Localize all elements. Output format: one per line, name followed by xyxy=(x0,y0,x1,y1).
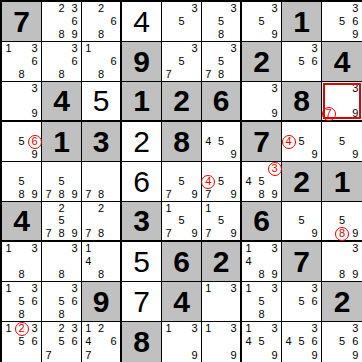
cell-r5c1[interactable]: 589 xyxy=(2,162,42,202)
candidate-6 xyxy=(349,215,362,228)
candidate-8 xyxy=(175,68,188,81)
candidate-5: 5 xyxy=(255,335,268,348)
candidate-6 xyxy=(107,215,120,228)
cell-r1c9[interactable]: 3569 xyxy=(322,2,362,42)
candidate-3: 3 xyxy=(268,242,281,255)
cell-r8c9[interactable]: 2 xyxy=(322,282,362,322)
candidate-grid: 1579 xyxy=(162,202,201,240)
cell-r9c6[interactable]: 139 xyxy=(202,322,242,362)
candidate-6 xyxy=(268,15,281,28)
candidate-8 xyxy=(295,148,308,161)
candidate-4 xyxy=(42,255,55,268)
cell-r1c7[interactable]: 359 xyxy=(242,2,282,42)
cell-r5c3[interactable]: 78 xyxy=(82,162,122,202)
cell-r4c2[interactable]: 1 xyxy=(42,122,82,162)
candidate-grid: 78 xyxy=(82,162,120,201)
given-digit: 8 xyxy=(133,327,150,357)
given-digit: 2 xyxy=(334,287,351,317)
cell-r6c8[interactable]: 59 xyxy=(282,202,322,242)
cell-r4c5[interactable]: 8 xyxy=(162,122,202,162)
cell-r9c4[interactable]: 8 xyxy=(122,322,162,362)
candidate-grid: 59 xyxy=(322,122,362,161)
cell-r4c6[interactable]: 459 xyxy=(202,122,242,162)
candidate-1: 1 xyxy=(82,322,95,335)
candidate-1 xyxy=(42,242,55,255)
candidate-7 xyxy=(282,308,295,321)
candidate-1: 1 xyxy=(82,42,95,55)
cell-r4c4[interactable]: 2 xyxy=(122,122,162,162)
candidate-2 xyxy=(255,242,268,255)
candidate-9: 9 xyxy=(268,349,281,362)
cell-r9c1[interactable]: 12356 xyxy=(2,322,42,362)
candidate-5 xyxy=(255,255,268,268)
candidate-9 xyxy=(68,349,81,362)
cell-r2c9[interactable]: 4 xyxy=(322,42,362,82)
candidate-8 xyxy=(295,349,308,362)
cell-r9c3[interactable]: 12467 xyxy=(82,322,122,362)
candidate-1 xyxy=(322,202,335,215)
given-digit: 3 xyxy=(133,206,150,236)
candidate-2 xyxy=(15,242,28,255)
candidate-7 xyxy=(42,268,55,281)
cell-r7c6[interactable]: 2 xyxy=(202,242,242,282)
candidate-4 xyxy=(42,215,55,228)
candidate-grid: 1358 xyxy=(242,282,281,321)
candidate-8 xyxy=(295,68,308,81)
cell-r5c5[interactable]: 579 xyxy=(162,162,202,202)
candidate-grid: 268 xyxy=(82,2,120,41)
candidate-1 xyxy=(162,2,175,15)
candidate-6 xyxy=(68,255,81,268)
candidate-7 xyxy=(2,349,15,362)
candidate-1 xyxy=(242,162,255,175)
candidate-7 xyxy=(202,308,215,321)
candidate-grid: 139 xyxy=(162,322,201,362)
candidate-5 xyxy=(335,255,348,268)
candidate-6 xyxy=(28,175,41,188)
cell-r7c1[interactable]: 138 xyxy=(2,242,42,282)
candidate-9: 9 xyxy=(227,227,240,240)
candidate-5 xyxy=(55,255,68,268)
candidate-2 xyxy=(95,242,108,255)
sudoku-board: 7236892684353583591356913683681689357357… xyxy=(0,0,362,362)
candidate-5: 5 xyxy=(215,215,228,228)
candidate-grid: 5789 xyxy=(42,162,81,201)
candidate-2 xyxy=(215,322,228,335)
candidate-4 xyxy=(162,215,175,228)
candidate-9 xyxy=(107,28,120,41)
candidate-6 xyxy=(227,175,240,188)
candidate-9: 9 xyxy=(68,227,81,240)
candidate-8: 8 xyxy=(55,68,68,81)
cell-r3c3[interactable]: 5 xyxy=(82,82,122,122)
cell-r4c1[interactable]: 569 xyxy=(2,122,42,162)
candidate-2 xyxy=(15,162,28,175)
candidate-2 xyxy=(175,202,188,215)
cell-r5c7[interactable]: 34589 xyxy=(242,162,282,202)
candidate-4 xyxy=(42,175,55,188)
candidate-5: 5 xyxy=(295,55,308,68)
candidate-7 xyxy=(42,68,55,81)
candidate-5: 5 xyxy=(255,295,268,308)
candidate-1 xyxy=(2,122,15,135)
candidate-grid: 4579 xyxy=(202,162,240,201)
candidate-1 xyxy=(322,82,335,95)
candidate-4 xyxy=(322,95,335,108)
candidate-3: 3 xyxy=(268,282,281,295)
given-digit: 2 xyxy=(173,86,190,116)
cell-r1c3[interactable]: 268 xyxy=(82,2,122,42)
given-digit: 1 xyxy=(334,167,351,197)
candidate-grid: 59 xyxy=(282,202,321,240)
candidate-3: 3 xyxy=(349,82,362,95)
candidate-3 xyxy=(349,122,362,135)
candidate-6 xyxy=(188,15,201,28)
candidate-6 xyxy=(28,255,41,268)
candidate-1 xyxy=(282,322,295,335)
candidate-5: 5 xyxy=(335,215,348,228)
candidate-2 xyxy=(255,282,268,295)
candidate-1: 1 xyxy=(242,282,255,295)
candidate-1: 1 xyxy=(242,242,255,255)
candidate-grid: 379 xyxy=(322,82,362,120)
candidate-7 xyxy=(282,148,295,161)
candidate-3: 3 xyxy=(227,2,240,15)
candidate-6 xyxy=(227,295,240,308)
candidate-1 xyxy=(282,282,295,295)
candidate-9: 9 xyxy=(68,28,81,41)
candidate-8-red-circled: 8 xyxy=(335,227,348,240)
cell-r7c3[interactable]: 148 xyxy=(82,242,122,282)
cell-r7c8[interactable]: 7 xyxy=(282,242,322,282)
candidate-7 xyxy=(42,308,55,321)
candidate-7 xyxy=(282,349,295,362)
candidate-6: 6 xyxy=(349,335,362,348)
candidate-8 xyxy=(215,308,228,321)
candidate-3 xyxy=(107,242,120,255)
candidate-grid: 138 xyxy=(2,242,41,281)
cell-r6c1[interactable]: 4 xyxy=(2,202,42,242)
cell-r9c2[interactable]: 23567 xyxy=(42,322,82,362)
candidate-8: 8 xyxy=(15,68,28,81)
candidate-9 xyxy=(107,68,120,81)
candidate-7 xyxy=(2,107,15,120)
candidate-3 xyxy=(107,202,120,215)
cell-r8c2[interactable]: 3568 xyxy=(42,282,82,322)
candidate-6-red-circled: 6 xyxy=(28,135,41,148)
candidate-6 xyxy=(188,175,201,188)
candidate-3: 3 xyxy=(28,322,41,335)
given-digit: 9 xyxy=(93,287,110,317)
candidate-2 xyxy=(175,2,188,15)
solved-digit: 5 xyxy=(93,86,110,116)
cell-r8c5[interactable]: 4 xyxy=(162,282,202,322)
candidate-9: 9 xyxy=(188,349,201,362)
cell-r2c4[interactable]: 9 xyxy=(122,42,162,82)
candidate-grid: 389 xyxy=(322,242,362,281)
candidate-3 xyxy=(227,162,240,175)
candidate-1 xyxy=(322,322,335,335)
candidate-9: 9 xyxy=(268,107,281,120)
candidate-6 xyxy=(68,175,81,188)
candidate-7: 7 xyxy=(162,68,175,81)
cell-r9c7[interactable]: 13459 xyxy=(242,322,282,362)
candidate-4: 4 xyxy=(202,135,215,148)
candidate-4 xyxy=(82,215,95,228)
candidate-7: 7 xyxy=(42,188,55,201)
candidate-1: 1 xyxy=(162,322,175,335)
candidate-9 xyxy=(268,308,281,321)
candidate-grid: 1368 xyxy=(2,42,41,81)
candidate-4: 4 xyxy=(82,255,95,268)
cell-r6c4[interactable]: 3 xyxy=(122,202,162,242)
cell-r6c5[interactable]: 1579 xyxy=(162,202,202,242)
candidate-grid: 13459 xyxy=(242,322,281,362)
candidate-2 xyxy=(335,202,348,215)
candidate-6 xyxy=(308,135,321,148)
candidate-9 xyxy=(227,68,240,81)
candidate-3 xyxy=(107,42,120,55)
candidate-1 xyxy=(322,2,335,15)
candidate-7: 7 xyxy=(82,188,95,201)
candidate-8: 8 xyxy=(255,188,268,201)
cell-r3c7[interactable]: 39 xyxy=(242,82,282,122)
candidate-7 xyxy=(162,349,175,362)
candidate-2 xyxy=(255,162,268,175)
cell-r7c7[interactable]: 13489 xyxy=(242,242,282,282)
given-digit: 4 xyxy=(173,287,190,317)
candidate-7 xyxy=(82,268,95,281)
cell-r3c1[interactable]: 39 xyxy=(2,82,42,122)
cell-r7c2[interactable]: 38 xyxy=(42,242,82,282)
candidate-8 xyxy=(295,308,308,321)
cell-r2c6[interactable]: 3578 xyxy=(202,42,242,82)
candidate-8 xyxy=(215,227,228,240)
candidate-grid: 368 xyxy=(42,42,81,81)
candidate-6 xyxy=(188,335,201,348)
candidate-7: 7 xyxy=(42,349,55,362)
candidate-4: 4 xyxy=(282,335,295,348)
candidate-6 xyxy=(308,215,321,228)
cell-r2c7[interactable]: 2 xyxy=(242,42,282,82)
candidate-8: 8 xyxy=(15,188,28,201)
cell-r2c2[interactable]: 368 xyxy=(42,42,82,82)
candidate-grid: 569 xyxy=(2,122,41,161)
candidate-2 xyxy=(55,282,68,295)
cell-r3c2[interactable]: 4 xyxy=(42,82,82,122)
candidate-5 xyxy=(55,55,68,68)
candidate-6: 6 xyxy=(308,295,321,308)
cell-r4c9[interactable]: 59 xyxy=(322,122,362,162)
candidate-4 xyxy=(322,255,335,268)
candidate-9: 9 xyxy=(227,148,240,161)
candidate-1 xyxy=(42,322,55,335)
candidate-grid: 358 xyxy=(202,2,240,41)
candidate-3: 3 xyxy=(68,42,81,55)
candidate-4 xyxy=(282,215,295,228)
candidate-4 xyxy=(2,175,15,188)
solved-digit: 6 xyxy=(133,167,150,197)
candidate-5: 5 xyxy=(335,335,348,348)
solved-digit: 5 xyxy=(133,247,150,277)
cell-r1c1[interactable]: 7 xyxy=(2,2,42,42)
cell-r3c5[interactable]: 2 xyxy=(162,82,202,122)
candidate-3: 3 xyxy=(188,42,201,55)
candidate-7 xyxy=(2,68,15,81)
cell-r6c6[interactable]: 1579 xyxy=(202,202,242,242)
candidate-4 xyxy=(242,95,255,108)
candidate-5: 5 xyxy=(335,15,348,28)
candidate-3 xyxy=(28,122,41,135)
cell-r5c6[interactable]: 4579 xyxy=(202,162,242,202)
candidate-9: 9 xyxy=(28,148,41,161)
cell-r2c3[interactable]: 168 xyxy=(82,42,122,82)
candidate-6 xyxy=(227,55,240,68)
candidate-7 xyxy=(2,188,15,201)
candidate-7 xyxy=(42,28,55,41)
cell-r1c8[interactable]: 1 xyxy=(282,2,322,42)
cell-r1c4[interactable]: 4 xyxy=(122,2,162,42)
candidate-6: 6 xyxy=(28,55,41,68)
candidate-1 xyxy=(42,202,55,215)
candidate-3: 3 xyxy=(227,42,240,55)
cell-r8c1[interactable]: 13568 xyxy=(2,282,42,322)
cell-r8c8[interactable]: 356 xyxy=(282,282,322,322)
cell-r5c8[interactable]: 2 xyxy=(282,162,322,202)
candidate-7 xyxy=(322,227,335,240)
candidate-4: 4 xyxy=(82,335,95,348)
cell-r2c5[interactable]: 357 xyxy=(162,42,202,82)
candidate-6: 6 xyxy=(68,335,81,348)
candidate-3: 3 xyxy=(188,322,201,335)
candidate-2 xyxy=(295,42,308,55)
cell-r8c6[interactable]: 13 xyxy=(202,282,242,322)
candidate-6 xyxy=(268,335,281,348)
candidate-2: 2 xyxy=(95,202,108,215)
candidate-6: 6 xyxy=(28,295,41,308)
candidate-2 xyxy=(335,322,348,335)
candidate-2: 2 xyxy=(55,2,68,15)
cell-r1c2[interactable]: 23689 xyxy=(42,2,82,42)
cell-r6c3[interactable]: 278 xyxy=(82,202,122,242)
candidate-1 xyxy=(202,162,215,175)
solved-digit: 4 xyxy=(133,7,150,37)
cell-r6c9[interactable]: 589 xyxy=(322,202,362,242)
candidate-7-red-circled: 7 xyxy=(322,107,335,120)
cell-r5c2[interactable]: 5789 xyxy=(42,162,82,202)
candidate-9: 9 xyxy=(308,227,321,240)
cell-r3c6[interactable]: 6 xyxy=(202,82,242,122)
cell-r8c7[interactable]: 1358 xyxy=(242,282,282,322)
candidate-1: 1 xyxy=(2,322,15,335)
given-digit: 8 xyxy=(173,127,190,157)
candidate-grid: 23567 xyxy=(42,322,81,362)
candidate-5 xyxy=(175,335,188,348)
candidate-9: 9 xyxy=(227,349,240,362)
candidate-2 xyxy=(335,122,348,135)
candidate-8: 8 xyxy=(15,268,28,281)
cell-r5c9[interactable]: 1 xyxy=(322,162,362,202)
candidate-1: 1 xyxy=(2,42,15,55)
candidate-grid: 39 xyxy=(242,82,281,120)
candidate-8 xyxy=(255,28,268,41)
cell-r2c1[interactable]: 1368 xyxy=(2,42,42,82)
candidate-4 xyxy=(162,55,175,68)
given-digit: 6 xyxy=(213,86,230,116)
candidate-5: 5 xyxy=(15,135,28,148)
candidate-8: 8 xyxy=(55,188,68,201)
candidate-3 xyxy=(68,162,81,175)
candidate-4 xyxy=(2,295,15,308)
candidate-1 xyxy=(322,122,335,135)
candidate-1: 1 xyxy=(2,282,15,295)
cell-r7c4[interactable]: 5 xyxy=(122,242,162,282)
cell-r6c2[interactable]: 25789 xyxy=(42,202,82,242)
candidate-3 xyxy=(227,202,240,215)
cell-r3c4[interactable]: 1 xyxy=(122,82,162,122)
candidate-grid: 1579 xyxy=(202,202,240,240)
candidate-7: 7 xyxy=(82,227,95,240)
candidate-5: 5 xyxy=(295,335,308,348)
cell-r5c4[interactable]: 6 xyxy=(122,162,162,202)
candidate-8 xyxy=(175,227,188,240)
cell-r2c8[interactable]: 356 xyxy=(282,42,322,82)
cell-r7c9[interactable]: 389 xyxy=(322,242,362,282)
candidate-8 xyxy=(335,349,348,362)
candidate-9 xyxy=(28,268,41,281)
cell-r3c9[interactable]: 379 xyxy=(322,82,362,122)
cell-r1c6[interactable]: 358 xyxy=(202,2,242,42)
cell-r7c5[interactable]: 6 xyxy=(162,242,202,282)
candidate-7 xyxy=(242,349,255,362)
candidate-6 xyxy=(268,255,281,268)
candidate-3 xyxy=(188,202,201,215)
candidate-6 xyxy=(188,215,201,228)
given-digit: 2 xyxy=(213,247,230,277)
cell-r4c8[interactable]: 459 xyxy=(282,122,322,162)
candidate-5 xyxy=(95,335,108,348)
cell-r4c7[interactable]: 7 xyxy=(242,122,282,162)
candidate-9 xyxy=(107,268,120,281)
candidate-grid: 3578 xyxy=(202,42,240,81)
cell-r8c4[interactable]: 7 xyxy=(122,282,162,322)
candidate-8 xyxy=(15,107,28,120)
cell-r9c5[interactable]: 139 xyxy=(162,322,202,362)
candidate-8 xyxy=(215,148,228,161)
cell-r4c3[interactable]: 3 xyxy=(82,122,122,162)
candidate-4 xyxy=(322,215,335,228)
candidate-grid: 278 xyxy=(82,202,120,240)
candidate-5: 5 xyxy=(55,215,68,228)
candidate-9: 9 xyxy=(349,28,362,41)
candidate-grid: 168 xyxy=(82,42,120,81)
candidate-6: 6 xyxy=(308,335,321,348)
cell-r1c5[interactable]: 35 xyxy=(162,2,202,42)
candidate-1: 1 xyxy=(202,202,215,215)
candidate-2: 2 xyxy=(95,322,108,335)
candidate-grid: 25789 xyxy=(42,202,81,240)
cell-r3c8[interactable]: 8 xyxy=(282,82,322,122)
cell-r8c3[interactable]: 9 xyxy=(82,282,122,322)
candidate-2-red-circled: 2 xyxy=(15,322,28,335)
cell-r9c9[interactable]: 3569 xyxy=(322,322,362,362)
candidate-9 xyxy=(227,308,240,321)
cell-r9c8[interactable]: 34569 xyxy=(282,322,322,362)
candidate-3: 3 xyxy=(308,282,321,295)
candidate-2 xyxy=(335,2,348,15)
candidate-1: 1 xyxy=(82,242,95,255)
cell-r6c7[interactable]: 6 xyxy=(242,202,282,242)
